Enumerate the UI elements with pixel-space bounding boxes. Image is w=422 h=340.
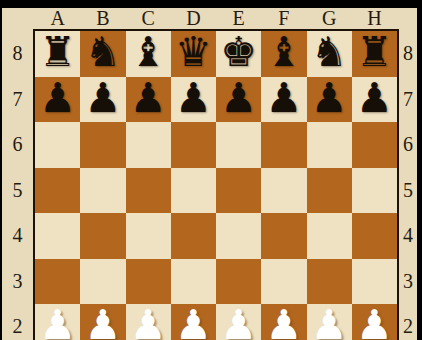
- file-label-b: B: [80, 8, 125, 29]
- square-d8[interactable]: ♛: [171, 31, 216, 77]
- rank-label-left-3: 3: [2, 259, 33, 305]
- square-d3[interactable]: [171, 259, 216, 305]
- square-h3[interactable]: [352, 259, 397, 305]
- square-f5[interactable]: [261, 168, 306, 214]
- square-a6[interactable]: [35, 122, 80, 168]
- black-pawn-e7: ♟: [220, 78, 257, 119]
- square-b3[interactable]: [80, 259, 125, 305]
- square-b6[interactable]: [80, 122, 125, 168]
- square-g3[interactable]: [307, 259, 352, 305]
- black-pawn-h7: ♟: [356, 78, 393, 119]
- black-queen-d8: ♛: [175, 32, 212, 73]
- black-pawn-g7: ♟: [311, 78, 348, 119]
- rank-labels-left: 87654321: [2, 31, 33, 340]
- square-c5[interactable]: [126, 168, 171, 214]
- square-d7[interactable]: ♟: [171, 77, 216, 123]
- square-f7[interactable]: ♟: [261, 77, 306, 123]
- square-e2[interactable]: ♟: [216, 304, 261, 340]
- white-pawn-b2: ♟: [84, 305, 121, 340]
- square-a7[interactable]: ♟: [35, 77, 80, 123]
- file-label-g: G: [307, 8, 352, 29]
- file-label-c: C: [126, 8, 171, 29]
- rank-label-left-2: 2: [2, 304, 33, 340]
- board-frame: ♜♞♝♛♚♝♞♜♟♟♟♟♟♟♟♟♟♟♟♟♟♟♟♟♜♞♝♛♚♝♞♜: [33, 29, 399, 340]
- square-e8[interactable]: ♚: [216, 31, 261, 77]
- square-a5[interactable]: [35, 168, 80, 214]
- square-b4[interactable]: [80, 213, 125, 259]
- rank-label-right-3: 3: [399, 259, 417, 305]
- white-pawn-d2: ♟: [175, 305, 212, 340]
- black-pawn-f7: ♟: [265, 78, 302, 119]
- file-label-f: F: [261, 8, 306, 29]
- square-h8[interactable]: ♜: [352, 31, 397, 77]
- rank-label-left-6: 6: [2, 122, 33, 168]
- black-pawn-d7: ♟: [175, 78, 212, 119]
- white-pawn-c2: ♟: [130, 305, 167, 340]
- square-d6[interactable]: [171, 122, 216, 168]
- square-a8[interactable]: ♜: [35, 31, 80, 77]
- black-rook-h8: ♜: [356, 32, 393, 73]
- square-g2[interactable]: ♟: [307, 304, 352, 340]
- chess-diagram: ABCDEFGH 87654321 87654321 ♜♞♝♛♚♝♞♜♟♟♟♟♟…: [0, 0, 422, 340]
- rank-label-left-8: 8: [2, 31, 33, 77]
- square-g7[interactable]: ♟: [307, 77, 352, 123]
- rank-label-right-6: 6: [399, 122, 417, 168]
- black-king-e8: ♚: [220, 32, 257, 73]
- square-d2[interactable]: ♟: [171, 304, 216, 340]
- square-d5[interactable]: [171, 168, 216, 214]
- square-c8[interactable]: ♝: [126, 31, 171, 77]
- black-rook-a8: ♜: [39, 32, 76, 73]
- file-labels: ABCDEFGH: [35, 8, 397, 29]
- square-b8[interactable]: ♞: [80, 31, 125, 77]
- square-f3[interactable]: [261, 259, 306, 305]
- rank-label-right-4: 4: [399, 213, 417, 259]
- rank-label-right-8: 8: [399, 31, 417, 77]
- white-pawn-f2: ♟: [265, 305, 302, 340]
- square-b2[interactable]: ♟: [80, 304, 125, 340]
- square-b5[interactable]: [80, 168, 125, 214]
- square-h4[interactable]: [352, 213, 397, 259]
- square-c2[interactable]: ♟: [126, 304, 171, 340]
- square-c7[interactable]: ♟: [126, 77, 171, 123]
- square-a3[interactable]: [35, 259, 80, 305]
- black-bishop-c8: ♝: [130, 32, 167, 73]
- square-h7[interactable]: ♟: [352, 77, 397, 123]
- white-pawn-a2: ♟: [39, 305, 76, 340]
- square-h5[interactable]: [352, 168, 397, 214]
- black-pawn-a7: ♟: [39, 78, 76, 119]
- square-e5[interactable]: [216, 168, 261, 214]
- black-pawn-b7: ♟: [84, 78, 121, 119]
- chess-board: ♜♞♝♛♚♝♞♜♟♟♟♟♟♟♟♟♟♟♟♟♟♟♟♟♜♞♝♛♚♝♞♜: [35, 31, 397, 340]
- rank-label-right-7: 7: [399, 77, 417, 123]
- rank-labels-right: 87654321: [399, 31, 417, 340]
- black-pawn-c7: ♟: [130, 78, 167, 119]
- black-knight-b8: ♞: [84, 32, 121, 73]
- square-f8[interactable]: ♝: [261, 31, 306, 77]
- white-pawn-e2: ♟: [220, 305, 257, 340]
- square-f4[interactable]: [261, 213, 306, 259]
- file-label-a: A: [35, 8, 80, 29]
- square-g5[interactable]: [307, 168, 352, 214]
- file-label-d: D: [171, 8, 216, 29]
- white-pawn-g2: ♟: [311, 305, 348, 340]
- square-b7[interactable]: ♟: [80, 77, 125, 123]
- file-label-e: E: [216, 8, 261, 29]
- square-f2[interactable]: ♟: [261, 304, 306, 340]
- square-e6[interactable]: [216, 122, 261, 168]
- black-bishop-f8: ♝: [265, 32, 302, 73]
- square-e7[interactable]: ♟: [216, 77, 261, 123]
- square-g8[interactable]: ♞: [307, 31, 352, 77]
- square-f6[interactable]: [261, 122, 306, 168]
- rank-label-right-5: 5: [399, 168, 417, 214]
- rank-label-left-4: 4: [2, 213, 33, 259]
- square-c4[interactable]: [126, 213, 171, 259]
- file-label-h: H: [352, 8, 397, 29]
- rank-label-right-2: 2: [399, 304, 417, 340]
- square-a2[interactable]: ♟: [35, 304, 80, 340]
- black-knight-g8: ♞: [311, 32, 348, 73]
- square-d4[interactable]: [171, 213, 216, 259]
- square-e4[interactable]: [216, 213, 261, 259]
- square-g4[interactable]: [307, 213, 352, 259]
- square-a4[interactable]: [35, 213, 80, 259]
- square-e3[interactable]: [216, 259, 261, 305]
- square-g6[interactable]: [307, 122, 352, 168]
- rank-label-left-7: 7: [2, 77, 33, 123]
- square-h6[interactable]: [352, 122, 397, 168]
- rank-label-left-5: 5: [2, 168, 33, 214]
- right-frame-bar: [417, 0, 422, 340]
- square-c3[interactable]: [126, 259, 171, 305]
- square-h2[interactable]: ♟: [352, 304, 397, 340]
- white-pawn-h2: ♟: [356, 305, 393, 340]
- square-c6[interactable]: [126, 122, 171, 168]
